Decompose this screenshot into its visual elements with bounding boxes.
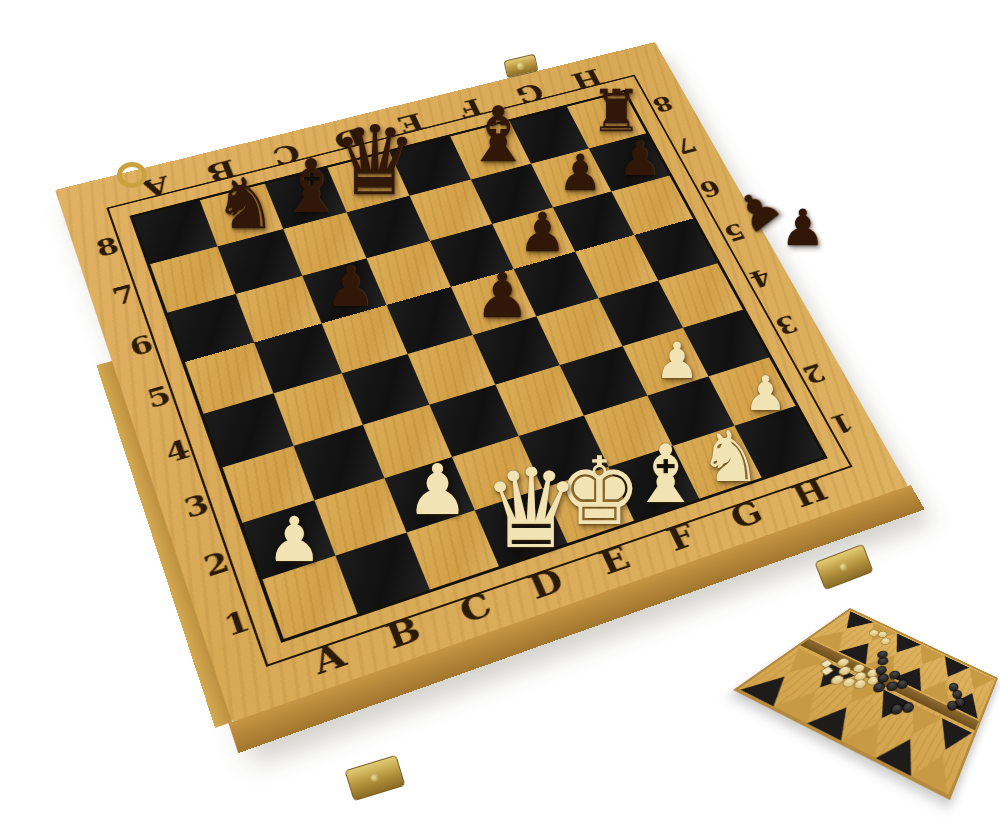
rank-label-right-6: 6 [696, 176, 725, 200]
rank-label-left-8: 8 [93, 234, 122, 261]
backgammon-point [841, 715, 894, 758]
rank-label-left-7: 7 [110, 282, 139, 310]
product-photo-scene: AABBCCDDEEFFGGHH8877665544332211 ♞♝♛♝♜♟♟… [0, 0, 1000, 821]
rank-label-right-7: 7 [672, 133, 700, 156]
piece-white-queen-d1[interactable]: ♛ [482, 454, 581, 564]
file-label-near-b: B [382, 612, 425, 653]
backgammon-point [909, 645, 945, 671]
rank-label-left-5: 5 [144, 383, 174, 413]
backgammon-point [884, 633, 921, 658]
piece-black-knight-b8[interactable]: ♞ [214, 169, 277, 239]
rank-label-left-6: 6 [127, 332, 157, 361]
file-label-near-a: A [309, 638, 350, 679]
clasp-front-pin [370, 773, 380, 783]
rank-label-left-2: 2 [200, 548, 232, 581]
piece-black-bishop-f8[interactable]: ♝ [464, 98, 532, 174]
piece-white-pawn-h2[interactable]: ♟ [744, 369, 787, 417]
piece-white-pawn-a2[interactable]: ♟ [267, 509, 323, 571]
rank-label-left-1: 1 [221, 606, 254, 641]
piece-black-pawn-e5[interactable]: ♟ [474, 265, 530, 327]
rank-label-right-8: 8 [649, 92, 677, 115]
rank-label-left-4: 4 [162, 436, 193, 467]
piece-white-pawn-g3[interactable]: ♟ [655, 336, 700, 386]
piece-white-knight-g1[interactable]: ♞ [699, 422, 762, 492]
backgammon-point [961, 668, 994, 696]
piece-white-pawn-c2[interactable]: ♟ [406, 456, 469, 526]
backgammon-point [876, 731, 927, 776]
piece-black-pawn-c6[interactable]: ♟ [325, 259, 375, 315]
rank-label-right-2: 2 [798, 359, 829, 387]
rank-label-right-3: 3 [771, 311, 801, 338]
backgammon-point [807, 700, 862, 741]
rank-label-left-3: 3 [181, 491, 212, 523]
hinge-far-center-pin [516, 61, 526, 71]
piece-black-pawn-h7[interactable]: ♟ [618, 134, 661, 182]
piece-black-pawn-offboard[interactable]: ♟ [781, 203, 826, 253]
file-label-near-g: G [725, 496, 767, 533]
piece-black-pawn-f6[interactable]: ♟ [518, 207, 566, 261]
piece-black-bishop-c8[interactable]: ♝ [278, 149, 344, 223]
backgammon-point [935, 656, 969, 683]
clasp-front [345, 755, 406, 801]
rank-label-right-1: 1 [826, 409, 857, 438]
hinge-ring-left [117, 162, 147, 188]
piece-black-queen-d8[interactable]: ♛ [332, 112, 418, 208]
piece-black-pawn-g7[interactable]: ♟ [558, 148, 603, 198]
backgammon-point [834, 611, 873, 634]
rank-label-right-4: 4 [745, 265, 775, 291]
backgammon-point [911, 747, 959, 794]
file-label-near-f: F [663, 519, 700, 555]
clasp-right-pin [839, 562, 849, 572]
file-label-near-h: H [788, 474, 832, 511]
file-label-near-c: C [455, 588, 496, 628]
file-label-near-e: E [595, 541, 634, 578]
backgammon-inset [733, 608, 998, 800]
